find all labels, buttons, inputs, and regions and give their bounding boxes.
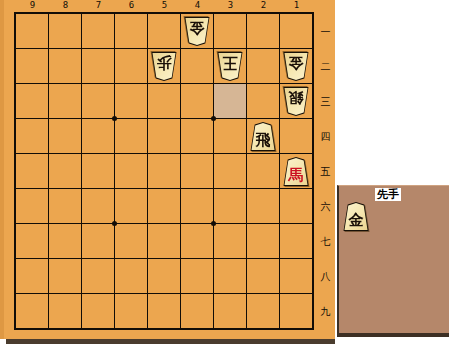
rank-label-8: 八 xyxy=(318,259,333,294)
square-9-3[interactable] xyxy=(16,84,48,118)
square-7-5[interactable] xyxy=(82,154,114,188)
square-7-8[interactable] xyxy=(82,259,114,293)
piece-glyph: 馬 xyxy=(283,164,309,186)
square-3-5[interactable] xyxy=(214,154,246,188)
square-2-2[interactable] xyxy=(247,49,279,83)
square-6-7[interactable] xyxy=(115,224,147,258)
square-3-6[interactable] xyxy=(214,189,246,223)
square-4-7[interactable] xyxy=(181,224,213,258)
square-8-9[interactable] xyxy=(49,294,81,328)
file-label-1: 1 xyxy=(280,0,313,11)
square-8-6[interactable] xyxy=(49,189,81,223)
square-4-6[interactable] xyxy=(181,189,213,223)
square-8-7[interactable] xyxy=(49,224,81,258)
square-1-4[interactable] xyxy=(280,119,312,153)
square-2-9[interactable] xyxy=(247,294,279,328)
square-9-8[interactable] xyxy=(16,259,48,293)
square-5-8[interactable] xyxy=(148,259,180,293)
square-5-7[interactable] xyxy=(148,224,180,258)
hoshi-dot xyxy=(112,116,117,121)
square-2-7[interactable] xyxy=(247,224,279,258)
square-2-5[interactable] xyxy=(247,154,279,188)
square-4-4[interactable] xyxy=(181,119,213,153)
square-3-3[interactable] xyxy=(214,84,246,118)
hoshi-dot xyxy=(112,221,117,226)
square-4-8[interactable] xyxy=(181,259,213,293)
square-9-1[interactable] xyxy=(16,14,48,48)
square-8-2[interactable] xyxy=(49,49,81,83)
square-7-3[interactable] xyxy=(82,84,114,118)
file-label-3: 3 xyxy=(214,0,247,11)
square-8-8[interactable] xyxy=(49,259,81,293)
piece-glyph: 飛 xyxy=(250,129,276,151)
piece-glyph: 金 xyxy=(283,52,309,74)
square-7-9[interactable] xyxy=(82,294,114,328)
file-labels: 987654321 xyxy=(16,0,313,11)
square-5-5[interactable] xyxy=(148,154,180,188)
piece-gote-gold[interactable]: 金 xyxy=(283,52,309,81)
square-8-4[interactable] xyxy=(49,119,81,153)
file-label-5: 5 xyxy=(148,0,181,11)
hoshi-dot xyxy=(211,116,216,121)
square-6-6[interactable] xyxy=(115,189,147,223)
square-1-6[interactable] xyxy=(280,189,312,223)
piece-sente-rook[interactable]: 飛 xyxy=(250,122,276,151)
square-3-7[interactable] xyxy=(214,224,246,258)
piece-gote-silver[interactable]: 銀 xyxy=(283,87,309,116)
square-4-5[interactable] xyxy=(181,154,213,188)
rank-label-7: 七 xyxy=(318,224,333,259)
square-3-8[interactable] xyxy=(214,259,246,293)
square-3-4[interactable] xyxy=(214,119,246,153)
file-label-7: 7 xyxy=(82,0,115,11)
square-1-1[interactable] xyxy=(280,14,312,48)
square-3-9[interactable] xyxy=(214,294,246,328)
square-2-3[interactable] xyxy=(247,84,279,118)
piece-gote-king[interactable]: 王 xyxy=(217,52,243,81)
piece-glyph: 金 xyxy=(184,17,210,39)
square-6-9[interactable] xyxy=(115,294,147,328)
file-label-4: 4 xyxy=(181,0,214,11)
square-9-7[interactable] xyxy=(16,224,48,258)
square-7-4[interactable] xyxy=(82,119,114,153)
square-6-4[interactable] xyxy=(115,119,147,153)
file-label-6: 6 xyxy=(115,0,148,11)
square-5-1[interactable] xyxy=(148,14,180,48)
square-5-4[interactable] xyxy=(148,119,180,153)
rank-label-3: 三 xyxy=(318,84,333,119)
square-5-6[interactable] xyxy=(148,189,180,223)
square-1-8[interactable] xyxy=(280,259,312,293)
square-8-3[interactable] xyxy=(49,84,81,118)
piece-glyph: 銀 xyxy=(283,87,309,109)
piece-glyph: 歩 xyxy=(151,52,177,74)
square-6-1[interactable] xyxy=(115,14,147,48)
square-7-7[interactable] xyxy=(82,224,114,258)
piece-sente-gold[interactable]: 金 xyxy=(343,202,369,231)
rank-label-5: 五 xyxy=(318,154,333,189)
square-9-2[interactable] xyxy=(16,49,48,83)
square-9-5[interactable] xyxy=(16,154,48,188)
square-9-4[interactable] xyxy=(16,119,48,153)
hoshi-dot xyxy=(211,221,216,226)
square-5-3[interactable] xyxy=(148,84,180,118)
square-6-3[interactable] xyxy=(115,84,147,118)
sente-hand-tray: 先手 金 xyxy=(337,185,449,337)
square-4-2[interactable] xyxy=(181,49,213,83)
square-2-8[interactable] xyxy=(247,259,279,293)
rank-label-1: 一 xyxy=(318,14,333,49)
file-label-8: 8 xyxy=(49,0,82,11)
piece-gote-gold[interactable]: 金 xyxy=(184,17,210,46)
square-8-1[interactable] xyxy=(49,14,81,48)
square-4-3[interactable] xyxy=(181,84,213,118)
rank-label-9: 九 xyxy=(318,294,333,329)
square-1-9[interactable] xyxy=(280,294,312,328)
square-3-1[interactable] xyxy=(214,14,246,48)
square-7-6[interactable] xyxy=(82,189,114,223)
square-6-5[interactable] xyxy=(115,154,147,188)
piece-glyph: 金 xyxy=(343,209,369,231)
square-4-9[interactable] xyxy=(181,294,213,328)
square-7-1[interactable] xyxy=(82,14,114,48)
piece-sente-promoted-bishop[interactable]: 馬 xyxy=(283,157,309,186)
square-9-6[interactable] xyxy=(16,189,48,223)
rank-label-4: 四 xyxy=(318,119,333,154)
rank-labels: 一二三四五六七八九 xyxy=(318,14,333,329)
square-8-5[interactable] xyxy=(49,154,81,188)
piece-gote-pawn[interactable]: 歩 xyxy=(151,52,177,81)
file-label-2: 2 xyxy=(247,0,280,11)
board-shadow xyxy=(6,339,335,344)
shogi-app-window: 987654321 一二三四五六七八九 金歩王金銀飛馬 先手 金 xyxy=(0,0,450,345)
sente-label: 先手 xyxy=(375,188,401,201)
rank-label-6: 六 xyxy=(318,189,333,224)
file-label-9: 9 xyxy=(16,0,49,11)
square-9-9[interactable] xyxy=(16,294,48,328)
square-2-1[interactable] xyxy=(247,14,279,48)
square-7-2[interactable] xyxy=(82,49,114,83)
square-5-9[interactable] xyxy=(148,294,180,328)
shogi-board-panel: 987654321 一二三四五六七八九 金歩王金銀飛馬 xyxy=(0,0,335,339)
square-6-2[interactable] xyxy=(115,49,147,83)
square-6-8[interactable] xyxy=(115,259,147,293)
piece-glyph: 王 xyxy=(217,52,243,74)
rank-label-2: 二 xyxy=(318,49,333,84)
square-1-7[interactable] xyxy=(280,224,312,258)
square-2-6[interactable] xyxy=(247,189,279,223)
